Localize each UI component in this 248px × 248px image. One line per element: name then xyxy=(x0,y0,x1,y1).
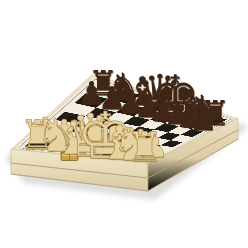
fold-seam-right xyxy=(148,130,238,178)
chess-set-product-photo: ♜♞♝♛♚♝♞♜♟♟♟♟♟♟♟♟♟♟♟♟♟♟♟♟♜♞♝♛♚♝♞♜ xyxy=(0,0,248,248)
board-box-sides xyxy=(0,0,248,248)
brass-clasp xyxy=(61,153,78,161)
